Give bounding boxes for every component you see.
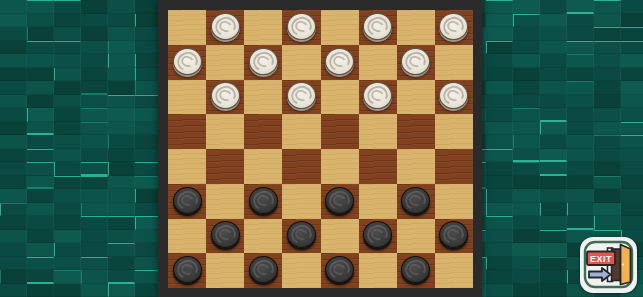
white-piece[interactable]: [287, 82, 316, 109]
square-r8c8: [435, 253, 473, 288]
white-piece[interactable]: [325, 48, 354, 75]
white-piece[interactable]: [211, 13, 240, 40]
square-r5c2[interactable]: [206, 149, 244, 184]
black-piece[interactable]: [173, 187, 202, 214]
square-r7c5: [321, 219, 359, 254]
square-r2c5[interactable]: [321, 45, 359, 80]
square-r3c5: [321, 80, 359, 115]
black-piece[interactable]: [325, 187, 354, 214]
square-r8c1[interactable]: [168, 253, 206, 288]
black-piece[interactable]: [325, 256, 354, 283]
square-r3c4[interactable]: [282, 80, 320, 115]
exit-button[interactable]: EXIT: [580, 237, 637, 293]
white-piece[interactable]: [287, 13, 316, 40]
square-r3c3: [244, 80, 282, 115]
square-r5c6[interactable]: [359, 149, 397, 184]
square-r7c1: [168, 219, 206, 254]
square-r3c6[interactable]: [359, 80, 397, 115]
square-r1c3: [244, 10, 282, 45]
square-r5c5: [321, 149, 359, 184]
square-r5c7: [397, 149, 435, 184]
square-r8c3[interactable]: [244, 253, 282, 288]
square-r5c4[interactable]: [282, 149, 320, 184]
square-r5c8[interactable]: [435, 149, 473, 184]
checkers-board-frame: [158, 0, 482, 297]
square-r5c3: [244, 149, 282, 184]
square-r6c2: [206, 184, 244, 219]
white-piece[interactable]: [173, 48, 202, 75]
square-r2c8: [435, 45, 473, 80]
square-r7c7: [397, 219, 435, 254]
square-r8c2: [206, 253, 244, 288]
square-r1c7: [397, 10, 435, 45]
white-piece[interactable]: [363, 82, 392, 109]
square-r7c8[interactable]: [435, 219, 473, 254]
square-r6c6: [359, 184, 397, 219]
square-r6c8: [435, 184, 473, 219]
black-piece[interactable]: [401, 187, 430, 214]
black-piece[interactable]: [173, 256, 202, 283]
square-r2c4: [282, 45, 320, 80]
white-piece[interactable]: [439, 13, 468, 40]
square-r4c6: [359, 114, 397, 149]
square-r8c4: [282, 253, 320, 288]
square-r6c4: [282, 184, 320, 219]
square-r7c6[interactable]: [359, 219, 397, 254]
square-r4c4: [282, 114, 320, 149]
square-r2c7[interactable]: [397, 45, 435, 80]
square-r4c7[interactable]: [397, 114, 435, 149]
black-piece[interactable]: [249, 256, 278, 283]
white-piece[interactable]: [211, 82, 240, 109]
white-piece[interactable]: [363, 13, 392, 40]
square-r6c7[interactable]: [397, 184, 435, 219]
square-r3c2[interactable]: [206, 80, 244, 115]
square-r4c5[interactable]: [321, 114, 359, 149]
square-r2c3[interactable]: [244, 45, 282, 80]
square-r2c1[interactable]: [168, 45, 206, 80]
square-r1c1: [168, 10, 206, 45]
black-piece[interactable]: [249, 187, 278, 214]
square-r8c6: [359, 253, 397, 288]
black-piece[interactable]: [287, 221, 316, 248]
white-piece[interactable]: [439, 82, 468, 109]
black-piece[interactable]: [363, 221, 392, 248]
square-r2c6: [359, 45, 397, 80]
white-piece[interactable]: [249, 48, 278, 75]
square-r4c8: [435, 114, 473, 149]
black-piece[interactable]: [211, 221, 240, 248]
square-r3c7: [397, 80, 435, 115]
square-r8c5[interactable]: [321, 253, 359, 288]
square-r6c5[interactable]: [321, 184, 359, 219]
square-r1c2[interactable]: [206, 10, 244, 45]
door-knob: [622, 263, 624, 265]
square-r4c2: [206, 114, 244, 149]
square-r1c6[interactable]: [359, 10, 397, 45]
square-r4c3[interactable]: [244, 114, 282, 149]
white-piece[interactable]: [401, 48, 430, 75]
square-r7c2[interactable]: [206, 219, 244, 254]
square-r6c1[interactable]: [168, 184, 206, 219]
square-r1c8[interactable]: [435, 10, 473, 45]
square-r8c7[interactable]: [397, 253, 435, 288]
checkers-board: [168, 10, 473, 288]
square-r7c3: [244, 219, 282, 254]
square-r1c5: [321, 10, 359, 45]
square-r3c8[interactable]: [435, 80, 473, 115]
exit-door-arrow-icon: EXIT: [580, 237, 637, 293]
square-r4c1[interactable]: [168, 114, 206, 149]
black-piece[interactable]: [401, 256, 430, 283]
square-r3c1: [168, 80, 206, 115]
square-r7c4[interactable]: [282, 219, 320, 254]
square-r6c3[interactable]: [244, 184, 282, 219]
exit-sign-label: EXIT: [590, 254, 612, 264]
square-r1c4[interactable]: [282, 10, 320, 45]
black-piece[interactable]: [439, 221, 468, 248]
square-r5c1: [168, 149, 206, 184]
square-r2c2: [206, 45, 244, 80]
